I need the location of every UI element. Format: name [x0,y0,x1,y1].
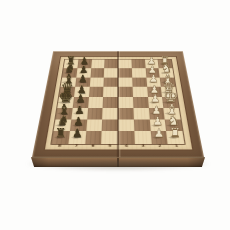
square-f2[interactable] [148,108,165,119]
square-b8[interactable] [62,68,77,77]
rank-label: 8 [51,144,68,148]
square-d1[interactable] [161,87,177,97]
square-d4[interactable] [118,87,133,97]
square-g1[interactable] [165,119,183,131]
chess-board: 87654321 [32,51,204,158]
square-b4[interactable] [118,68,132,77]
square-b5[interactable] [104,68,118,77]
square-c1[interactable] [160,77,175,87]
square-h6[interactable] [85,131,102,144]
square-d6[interactable] [89,87,104,97]
square-g6[interactable] [86,119,103,131]
square-h5[interactable] [101,131,118,144]
square-c6[interactable] [89,77,104,87]
square-c2[interactable] [146,77,161,87]
rank-label: 5 [101,144,118,148]
rank-label: 7 [68,144,85,148]
square-h3[interactable] [134,131,151,144]
square-e4[interactable] [118,97,133,108]
square-f7[interactable] [71,108,88,119]
board-fold-seam [117,51,119,158]
square-e1[interactable] [162,97,178,108]
square-b3[interactable] [132,68,146,77]
square-c5[interactable] [104,77,118,87]
square-a2[interactable] [145,60,159,69]
square-a7[interactable] [77,60,91,69]
square-e5[interactable] [103,97,118,108]
square-f8[interactable] [55,108,72,119]
square-g2[interactable] [149,119,166,131]
square-e3[interactable] [133,97,149,108]
square-a8[interactable] [64,60,79,69]
rank-label: 4 [118,144,135,148]
square-g5[interactable] [102,119,118,131]
square-b1[interactable] [159,68,174,77]
square-d2[interactable] [147,87,163,97]
square-g7[interactable] [70,119,87,131]
square-c8[interactable] [61,77,76,87]
board-shadow [27,161,209,171]
square-h1[interactable] [166,131,184,144]
square-h7[interactable] [68,131,86,144]
rank-label: 2 [151,144,168,148]
square-e8[interactable] [57,97,73,108]
product-photo-scene: 87654321 ♜♞♝♛♚♝♞♜♟♟♟♟♟♟♟♟♟♟♟♟♟♟♟♟♜♞♝♛♚♝♞… [0,0,230,230]
square-h4[interactable] [118,131,135,144]
square-d3[interactable] [132,87,147,97]
square-d7[interactable] [74,87,90,97]
square-a1[interactable] [158,60,173,69]
square-g4[interactable] [118,119,134,131]
square-b7[interactable] [76,68,91,77]
square-d5[interactable] [103,87,118,97]
rank-label: 1 [168,144,185,148]
square-g3[interactable] [134,119,151,131]
square-c3[interactable] [132,77,147,87]
square-f5[interactable] [102,108,118,119]
square-h2[interactable] [150,131,168,144]
rank-label: 6 [84,144,101,148]
square-c7[interactable] [75,77,90,87]
square-f6[interactable] [87,108,103,119]
square-b2[interactable] [145,68,160,77]
square-e6[interactable] [88,97,104,108]
square-a4[interactable] [118,60,132,69]
square-e7[interactable] [72,97,88,108]
square-f4[interactable] [118,108,134,119]
square-g8[interactable] [54,119,72,131]
square-b6[interactable] [90,68,104,77]
square-f1[interactable] [164,108,181,119]
square-a6[interactable] [91,60,105,69]
square-d8[interactable] [59,87,75,97]
square-a3[interactable] [131,60,145,69]
rank-label: 3 [135,144,152,148]
square-a5[interactable] [104,60,118,69]
square-f3[interactable] [133,108,149,119]
square-c4[interactable] [118,77,132,87]
square-h8[interactable] [52,131,70,144]
square-e2[interactable] [148,97,164,108]
